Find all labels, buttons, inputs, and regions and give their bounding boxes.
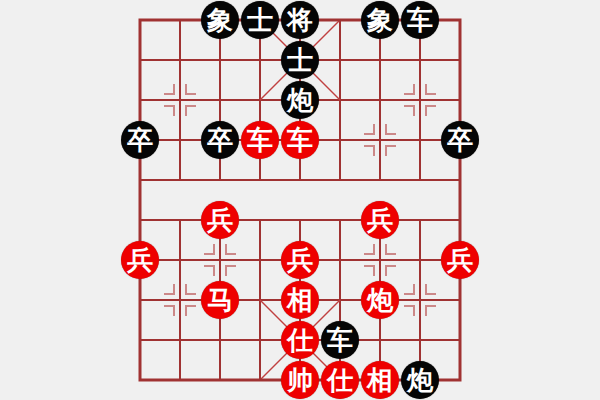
point-marker-bracket [225,265,236,276]
point-marker-bracket [404,84,415,95]
point-marker-bracket [185,284,196,295]
point-marker-bracket [385,265,396,276]
piece-black-pawn[interactable]: 卒 [441,121,479,159]
piece-red-pawn[interactable]: 兵 [281,241,319,279]
point-marker-bracket [164,305,175,316]
piece-red-pawn[interactable]: 兵 [361,201,399,239]
piece-red-advisor[interactable]: 仕 [281,321,319,359]
piece-red-elephant[interactable]: 相 [361,361,399,399]
piece-red-horse[interactable]: 马 [201,281,239,319]
piece-black-advisor[interactable]: 士 [281,41,319,79]
point-marker-bracket [185,105,196,116]
piece-red-pawn[interactable]: 兵 [441,241,479,279]
point-marker-bracket [385,145,396,156]
point-marker-bracket [404,284,415,295]
point-marker-bracket [385,124,396,135]
point-marker-bracket [425,305,436,316]
piece-black-elephant[interactable]: 象 [361,1,399,39]
point-marker-bracket [425,105,436,116]
piece-red-pawn[interactable]: 兵 [201,201,239,239]
piece-black-cannon[interactable]: 炮 [281,81,319,119]
piece-red-king[interactable]: 帅 [281,361,319,399]
point-marker-bracket [425,84,436,95]
point-marker-bracket [204,265,215,276]
piece-red-chariot[interactable]: 车 [281,121,319,159]
point-marker-bracket [185,305,196,316]
point-marker-bracket [404,305,415,316]
piece-black-cannon[interactable]: 炮 [401,361,439,399]
piece-black-advisor[interactable]: 士 [241,1,279,39]
piece-black-pawn[interactable]: 卒 [201,121,239,159]
point-marker-bracket [364,124,375,135]
point-marker-bracket [364,145,375,156]
piece-red-pawn[interactable]: 兵 [121,241,159,279]
piece-black-king[interactable]: 将 [281,1,319,39]
point-marker-bracket [164,284,175,295]
piece-black-chariot[interactable]: 车 [401,1,439,39]
point-marker-bracket [404,105,415,116]
point-marker-bracket [364,265,375,276]
point-marker-bracket [385,244,396,255]
point-marker-bracket [204,244,215,255]
point-marker-bracket [225,244,236,255]
point-marker-bracket [425,284,436,295]
piece-black-chariot[interactable]: 车 [321,321,359,359]
xiangqi-board[interactable]: 象士将象车士炮卒卒车车卒兵兵兵兵兵马相炮仕车帅仕相炮 [0,0,600,400]
point-marker-bracket [364,244,375,255]
piece-black-pawn[interactable]: 卒 [121,121,159,159]
xiangqi-app-screen: 象士将象车士炮卒卒车车卒兵兵兵兵兵马相炮仕车帅仕相炮 [0,0,600,400]
piece-red-elephant[interactable]: 相 [281,281,319,319]
point-marker-bracket [164,84,175,95]
piece-red-cannon[interactable]: 炮 [361,281,399,319]
piece-black-elephant[interactable]: 象 [201,1,239,39]
piece-red-chariot[interactable]: 车 [241,121,279,159]
point-marker-bracket [164,105,175,116]
point-marker-bracket [185,84,196,95]
piece-red-advisor[interactable]: 仕 [321,361,359,399]
